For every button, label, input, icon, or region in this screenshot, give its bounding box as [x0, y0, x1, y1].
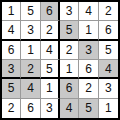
cell-r6c5[interactable]: 5	[79, 99, 98, 118]
cell-r3c5[interactable]: 3	[79, 41, 98, 60]
cell-r1c6[interactable]: 2	[99, 2, 118, 21]
cell-r2c3[interactable]: 2	[41, 21, 60, 40]
cell-r6c2[interactable]: 6	[21, 99, 40, 118]
cell-r5c2[interactable]: 4	[21, 79, 40, 98]
cell-r1c4[interactable]: 3	[60, 2, 79, 21]
cell-r2c6[interactable]: 6	[99, 21, 118, 40]
cell-r6c1[interactable]: 2	[2, 99, 21, 118]
cell-r4c1[interactable]: 3	[2, 60, 21, 79]
cell-r3c4[interactable]: 2	[60, 41, 79, 60]
cell-r4c3[interactable]: 5	[41, 60, 60, 79]
cell-r1c1[interactable]: 1	[2, 2, 21, 21]
cell-r5c5[interactable]: 2	[79, 79, 98, 98]
cell-r5c1[interactable]: 5	[2, 79, 21, 98]
cell-r4c4[interactable]: 1	[60, 60, 79, 79]
cell-r3c2[interactable]: 1	[21, 41, 40, 60]
cell-r3c3[interactable]: 4	[41, 41, 60, 60]
sudoku-board: 156342432516614235325164541623263451	[0, 0, 120, 120]
cell-r1c2[interactable]: 5	[21, 2, 40, 21]
cell-r5c4[interactable]: 6	[60, 79, 79, 98]
cell-r2c1[interactable]: 4	[2, 21, 21, 40]
cell-r4c2[interactable]: 2	[21, 60, 40, 79]
cell-r6c4[interactable]: 4	[60, 99, 79, 118]
cell-r1c5[interactable]: 4	[79, 2, 98, 21]
cell-r3c1[interactable]: 6	[2, 41, 21, 60]
cell-r2c5[interactable]: 1	[79, 21, 98, 40]
cell-r2c2[interactable]: 3	[21, 21, 40, 40]
cell-r6c6[interactable]: 1	[99, 99, 118, 118]
cell-r2c4[interactable]: 5	[60, 21, 79, 40]
cell-r6c3[interactable]: 3	[41, 99, 60, 118]
cell-r1c3[interactable]: 6	[41, 2, 60, 21]
cell-r4c5[interactable]: 6	[79, 60, 98, 79]
cell-r5c6[interactable]: 3	[99, 79, 118, 98]
cell-r3c6[interactable]: 5	[99, 41, 118, 60]
cell-r5c3[interactable]: 1	[41, 79, 60, 98]
cell-r4c6[interactable]: 4	[99, 60, 118, 79]
